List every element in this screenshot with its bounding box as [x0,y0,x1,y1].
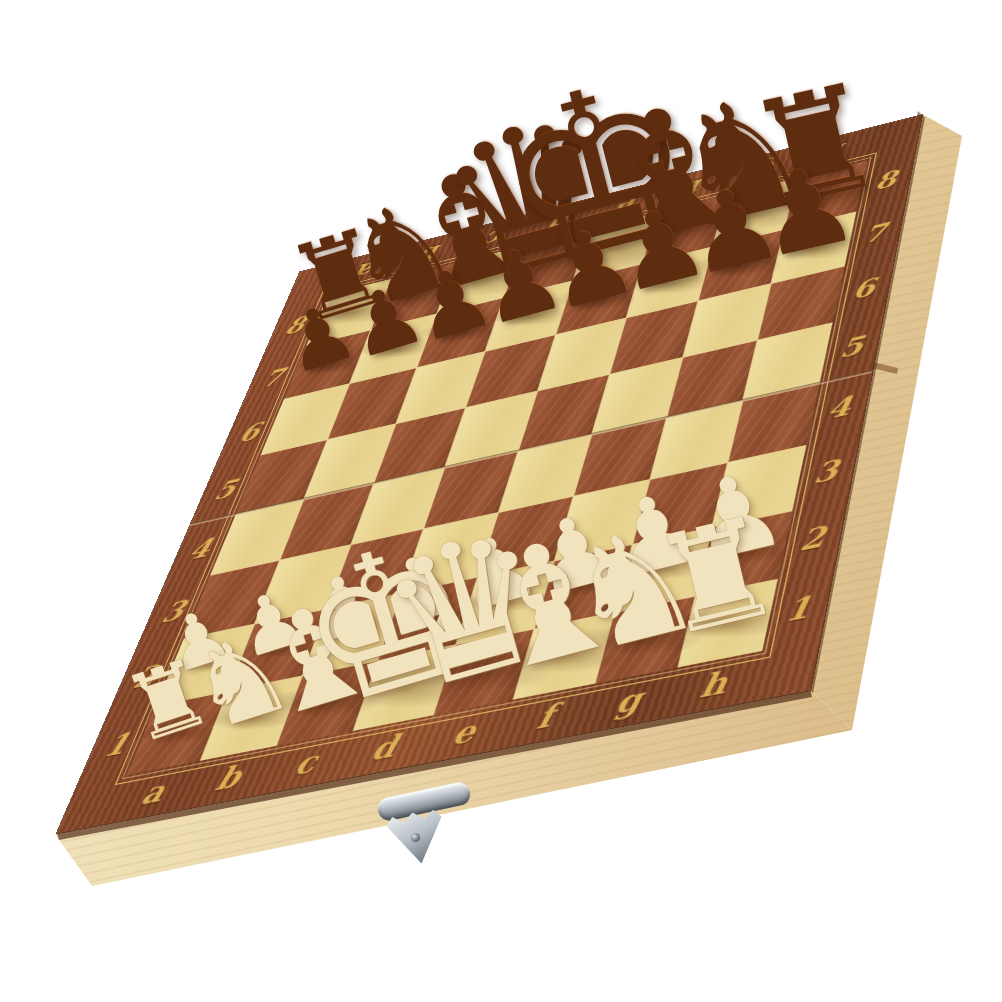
piece-layer: ♜♞♝♛♚♝♞♜♟♟♟♟♟♟♟♟♟♟♟♟♟♟♟♟♜♞♝♚♛♝♞♜ [0,0,1002,1002]
product-photo-scene: aabbccddeeffgghh1122334455667788 ♜♞♝♛♚♝♞… [0,0,1002,1002]
